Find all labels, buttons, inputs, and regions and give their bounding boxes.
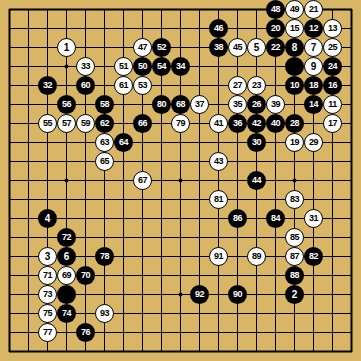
stone-move-82: 82 [304,247,323,266]
stone-move-50: 50 [133,57,152,76]
stone-move-48: 48 [266,0,285,19]
stone-move-23: 23 [247,76,266,95]
move-number: 62 [100,119,109,128]
stone-move-75: 75 [38,304,57,323]
move-number: 2 [292,290,298,300]
star-point [65,65,69,69]
move-number: 86 [233,214,242,223]
stone-move-4: 4 [38,209,57,228]
move-number: 23 [252,81,261,90]
stone-move-93: 93 [95,304,114,323]
star-point [65,179,69,183]
move-number: 28 [290,119,299,128]
move-number: 78 [100,252,109,261]
star-point [293,179,297,183]
stone-move-51: 51 [114,57,133,76]
move-number: 26 [252,100,261,109]
move-number: 49 [290,5,299,14]
move-number: 36 [233,119,242,128]
stone-move-13: 13 [323,19,342,38]
stone-move-90: 90 [228,285,247,304]
move-number: 58 [100,100,109,109]
move-number: 71 [43,271,52,280]
stone-move-80: 80 [152,95,171,114]
move-number: 40 [271,119,280,128]
stone-move-27: 27 [228,76,247,95]
move-number: 21 [309,5,318,14]
move-number: 22 [271,43,280,52]
stone-move-47: 47 [133,38,152,57]
move-number: 85 [290,233,299,242]
move-number: 3 [45,252,51,262]
star-point [179,293,183,297]
move-number: 18 [309,81,318,90]
stone-move-5: 5 [247,38,266,57]
move-number: 84 [271,214,280,223]
move-number: 11 [328,100,337,109]
stone-move-58: 58 [95,95,114,114]
stone-move-85: 85 [285,228,304,247]
move-number: 77 [43,328,52,337]
stone-move-81: 81 [209,190,228,209]
stone-move-54: 54 [152,57,171,76]
move-number: 82 [309,252,318,261]
stone-move-32: 32 [38,76,57,95]
stone-move-71: 71 [38,266,57,285]
stone-move-19: 19 [285,133,304,152]
move-number: 64 [119,138,128,147]
stone-move-68: 68 [171,95,190,114]
move-number: 90 [233,290,242,299]
move-number: 75 [43,309,52,318]
move-number: 66 [138,119,147,128]
stone-move-18: 18 [304,76,323,95]
stone-move-1: 1 [57,38,76,57]
stone-move-42: 42 [247,114,266,133]
stone-move-56: 56 [57,95,76,114]
move-number: 73 [43,290,52,299]
stone-move-29: 29 [304,133,323,152]
stone-move-20: 20 [266,19,285,38]
stone-move-24: 24 [323,57,342,76]
move-number: 70 [81,271,90,280]
stone-move-65: 65 [95,152,114,171]
move-number: 55 [43,119,52,128]
stone-move-72: 72 [57,228,76,247]
stone-move-52: 52 [152,38,171,57]
move-number: 17 [328,119,337,128]
move-number: 44 [252,176,261,185]
stone-move-57: 57 [57,114,76,133]
move-number: 92 [195,290,204,299]
stone-move-60: 60 [76,76,95,95]
stone-move-9: 9 [304,57,323,76]
stone-move-64: 64 [114,133,133,152]
stone-move-63: 63 [95,133,114,152]
move-number: 89 [252,252,261,261]
move-number: 69 [62,271,71,280]
stone-move-92: 92 [190,285,209,304]
move-number: 1 [64,43,70,53]
move-number: 68 [176,100,185,109]
move-number: 20 [271,24,280,33]
move-number: 15 [290,24,299,33]
move-number: 87 [290,252,299,261]
move-number: 93 [100,309,109,318]
move-number: 59 [81,119,90,128]
handicap-stone-black [285,57,304,76]
stone-move-77: 77 [38,323,57,342]
move-number: 56 [62,100,71,109]
move-number: 54 [157,62,166,71]
stone-move-61: 61 [114,76,133,95]
stone-move-74: 74 [57,304,76,323]
move-number: 27 [233,81,242,90]
stone-move-46: 46 [209,19,228,38]
move-number: 47 [138,43,147,52]
stone-move-44: 44 [247,171,266,190]
stone-move-11: 11 [323,95,342,114]
move-number: 60 [81,81,90,90]
move-number: 65 [100,157,109,166]
stone-move-45: 45 [228,38,247,57]
move-number: 83 [290,195,299,204]
move-number: 72 [62,233,71,242]
move-number: 31 [309,214,318,223]
move-number: 34 [176,62,185,71]
move-number: 76 [81,328,90,337]
stone-move-8: 8 [285,38,304,57]
move-number: 32 [43,81,52,90]
stone-move-22: 22 [266,38,285,57]
stone-move-78: 78 [95,247,114,266]
move-number: 13 [328,24,337,33]
stone-move-43: 43 [209,152,228,171]
move-number: 8 [292,43,298,53]
move-number: 35 [233,100,242,109]
move-number: 81 [214,195,223,204]
stone-move-69: 69 [57,266,76,285]
move-number: 74 [62,309,71,318]
stone-move-10: 10 [285,76,304,95]
move-number: 50 [138,62,147,71]
handicap-stone-black [57,285,76,304]
stone-move-89: 89 [247,247,266,266]
stone-move-70: 70 [76,266,95,285]
stone-move-16: 16 [323,76,342,95]
stone-move-59: 59 [76,114,95,133]
move-number: 19 [290,138,299,147]
stone-move-21: 21 [304,0,323,19]
stone-move-66: 66 [133,114,152,133]
stone-move-14: 14 [304,95,323,114]
stone-move-39: 39 [266,95,285,114]
move-number: 91 [214,252,223,261]
move-number: 37 [195,100,204,109]
stone-move-6: 6 [57,247,76,266]
move-number: 24 [328,62,337,71]
move-number: 25 [328,43,337,52]
stone-move-28: 28 [285,114,304,133]
move-number: 41 [214,119,223,128]
move-number: 79 [176,119,185,128]
move-number: 5 [254,43,260,53]
stone-move-25: 25 [323,38,342,57]
stone-move-86: 86 [228,209,247,228]
stone-move-40: 40 [266,114,285,133]
stone-move-91: 91 [209,247,228,266]
move-number: 7 [311,43,317,53]
stone-move-41: 41 [209,114,228,133]
stone-move-49: 49 [285,0,304,19]
move-number: 57 [62,119,71,128]
move-number: 29 [309,138,318,147]
stone-move-33: 33 [76,57,95,76]
move-number: 10 [290,81,299,90]
move-number: 52 [157,43,166,52]
stone-move-15: 15 [285,19,304,38]
stone-move-12: 12 [304,19,323,38]
stone-move-55: 55 [38,114,57,133]
move-number: 46 [214,24,223,33]
stone-move-79: 79 [171,114,190,133]
stone-move-26: 26 [247,95,266,114]
move-number: 12 [309,24,318,33]
move-number: 48 [271,5,280,14]
move-number: 51 [119,62,128,71]
stone-move-88: 88 [285,266,304,285]
stone-move-3: 3 [38,247,57,266]
move-number: 16 [328,81,337,90]
stone-move-34: 34 [171,57,190,76]
move-number: 38 [214,43,223,52]
move-number: 4 [45,214,51,224]
stone-move-84: 84 [266,209,285,228]
stone-move-38: 38 [209,38,228,57]
stone-move-7: 7 [304,38,323,57]
stone-move-73: 73 [38,285,57,304]
move-number: 80 [157,100,166,109]
stone-move-17: 17 [323,114,342,133]
stone-move-2: 2 [285,285,304,304]
move-number: 43 [214,157,223,166]
move-number: 6 [64,252,70,262]
stone-move-30: 30 [247,133,266,152]
stone-move-87: 87 [285,247,304,266]
move-number: 61 [119,81,128,90]
move-number: 33 [81,62,90,71]
move-number: 88 [290,271,299,280]
move-number: 45 [233,43,242,52]
move-number: 63 [100,138,109,147]
go-board[interactable]: 1234567891011121314151617181920212223242… [0,0,361,361]
stone-move-62: 62 [95,114,114,133]
stone-move-53: 53 [133,76,152,95]
stone-move-83: 83 [285,190,304,209]
stone-move-37: 37 [190,95,209,114]
star-point [179,179,183,183]
stone-move-36: 36 [228,114,247,133]
move-number: 9 [311,62,317,72]
stone-move-76: 76 [76,323,95,342]
stone-move-35: 35 [228,95,247,114]
move-number: 30 [252,138,261,147]
stone-move-67: 67 [133,171,152,190]
stone-move-31: 31 [304,209,323,228]
move-number: 39 [271,100,280,109]
move-number: 42 [252,119,261,128]
move-number: 67 [138,176,147,185]
move-number: 53 [138,81,147,90]
move-number: 14 [309,100,318,109]
